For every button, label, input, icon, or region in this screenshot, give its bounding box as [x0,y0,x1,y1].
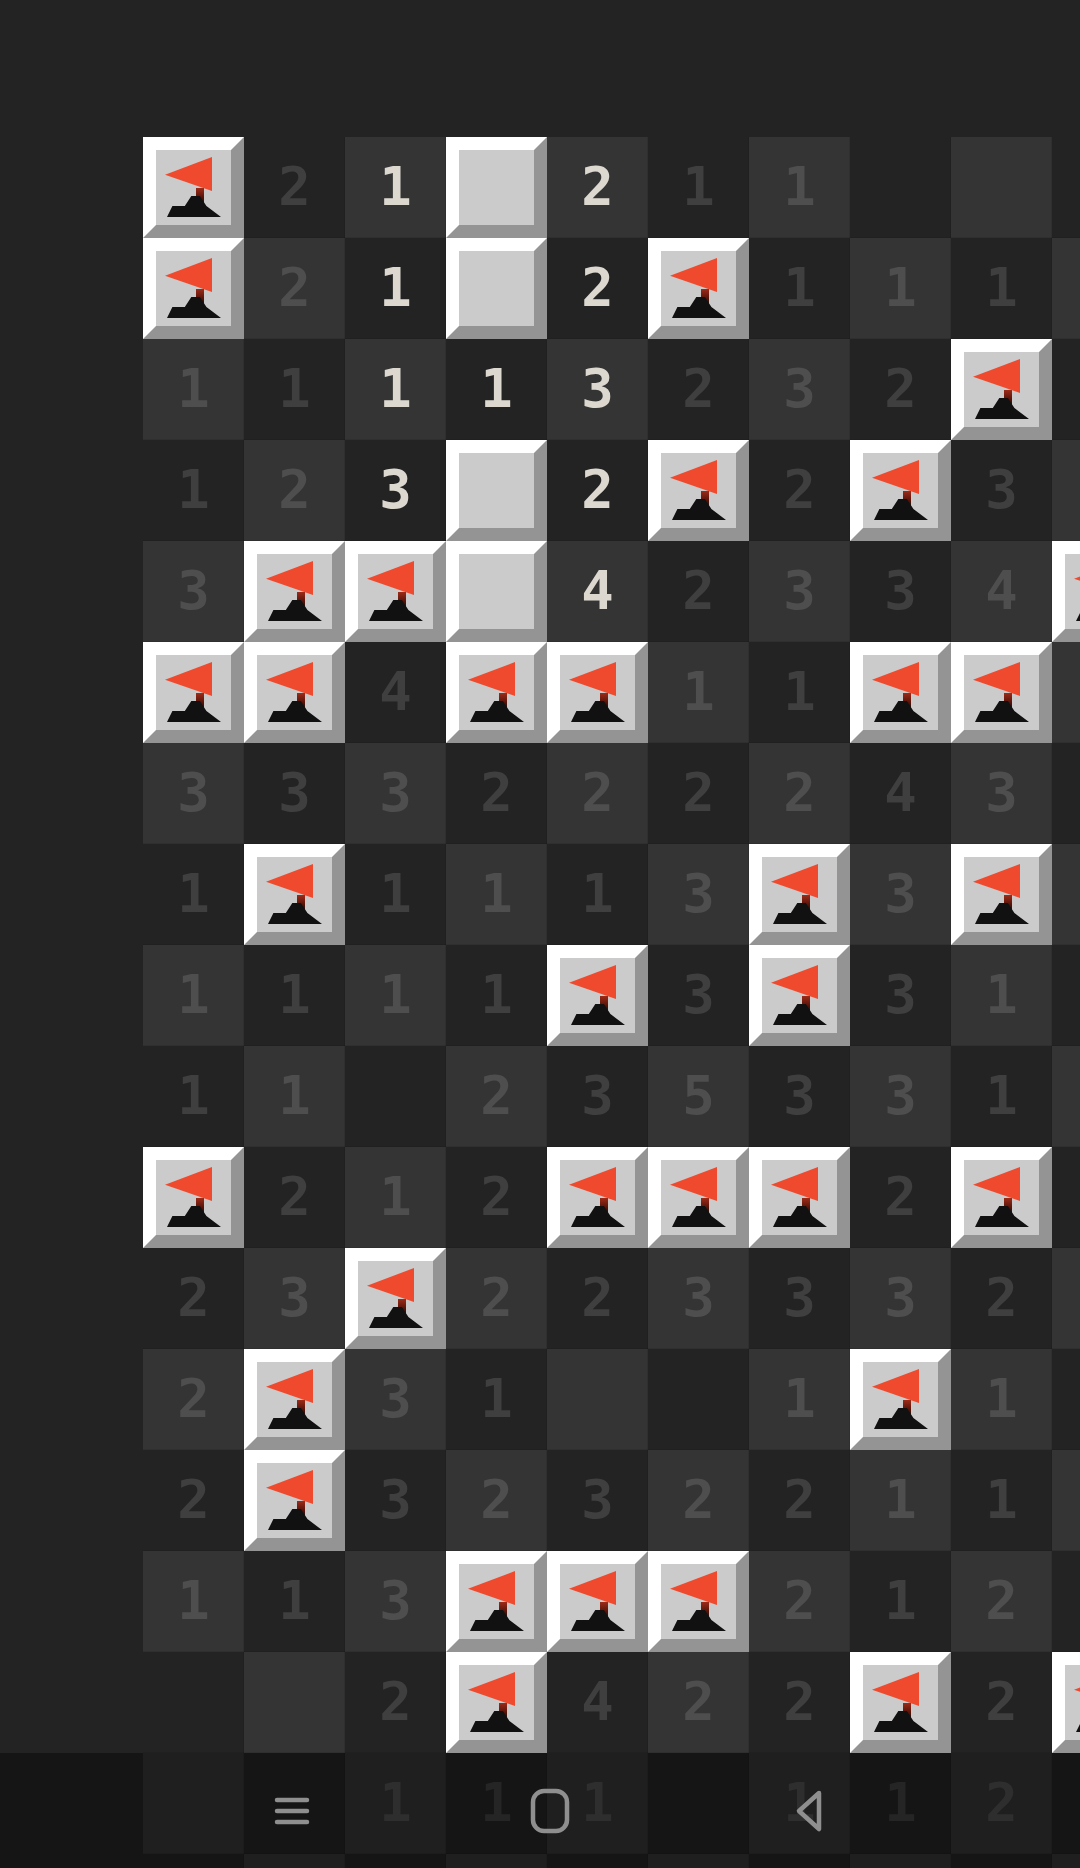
flag-icon [257,1463,332,1538]
mine-count: 1 [177,1574,210,1628]
cell-r1c8[interactable] [850,137,951,238]
cell-r11c9[interactable] [951,1147,1052,1248]
flag-base [470,701,524,722]
cell-r1c5[interactable]: 2 [547,137,648,238]
cell-r15c3[interactable]: 3 [345,1551,446,1652]
cell-r10c7[interactable]: 3 [749,1046,850,1147]
mine-count: 3 [985,463,1018,517]
mine-count: 1 [783,1372,816,1426]
flag-icon [863,1362,938,1437]
cell-r2c1[interactable] [143,238,244,339]
cell-r15c7[interactable]: 2 [749,1551,850,1652]
flag-triangle [771,965,818,999]
cell-r14c7[interactable]: 2 [749,1450,850,1551]
cell-r11c5[interactable] [547,1147,648,1248]
cell-r12c5[interactable]: 2 [547,1248,648,1349]
flag-triangle [468,1571,515,1605]
cell-r3c4[interactable]: 1 [446,339,547,440]
flag-base [874,499,928,520]
flag-triangle [1074,561,1080,595]
mine-count: 2 [682,766,715,820]
cell-r13c7[interactable]: 1 [749,1349,850,1450]
cell-r16c5[interactable]: 4 [547,1652,648,1753]
cell-r1c7[interactable]: 1 [749,137,850,238]
mine-count: 1 [783,160,816,214]
cell-r2c9[interactable]: 1 [951,238,1052,339]
covered-tile[interactable] [446,440,547,541]
cell-r2c3[interactable]: 1 [345,238,446,339]
cell-r10c1[interactable]: 1 [143,1046,244,1147]
mine-count: 4 [884,766,917,820]
cell-r14c10[interactable] [1052,1450,1080,1551]
cell-r1c1[interactable] [143,137,244,238]
cell-r8c9[interactable] [951,844,1052,945]
cell-r1c10[interactable] [1052,137,1080,238]
flag-icon [964,857,1039,932]
cell-r13c5[interactable] [547,1349,648,1450]
flag-triangle [165,258,212,292]
cell-r9c10[interactable] [1052,945,1080,1046]
cell-r3c9[interactable] [951,339,1052,440]
cell-r11c8[interactable]: 2 [850,1147,951,1248]
mine-count: 2 [480,1170,513,1224]
mine-count: 3 [379,1473,412,1527]
cell-r16c4[interactable] [446,1652,547,1753]
flag-triangle [973,662,1020,696]
cell-r9c7[interactable] [749,945,850,1046]
cell-r14c1[interactable]: 2 [143,1450,244,1551]
cell-r4c9[interactable]: 3 [951,440,1052,541]
mine-count: 3 [581,362,614,416]
mine-count: 1 [884,1574,917,1628]
cell-r7c8[interactable]: 4 [850,743,951,844]
cell-r11c6[interactable] [648,1147,749,1248]
home-button[interactable] [480,1753,620,1868]
cell-r14c3[interactable]: 3 [345,1450,446,1551]
cell-r15c2[interactable]: 1 [244,1551,345,1652]
cell-r12c1[interactable]: 2 [143,1248,244,1349]
cell-r9c3[interactable]: 1 [345,945,446,1046]
mine-count: 3 [682,867,715,921]
cell-r16c10[interactable] [1052,1652,1080,1753]
mine-count: 1 [682,160,715,214]
flag-icon [459,1564,534,1639]
cell-r1c9[interactable] [951,137,1052,238]
flag-icon [661,1564,736,1639]
cell-r5c8[interactable]: 3 [850,541,951,642]
flag-icon [762,857,837,932]
mine-count: 1 [278,1574,311,1628]
cell-r8c6[interactable]: 3 [648,844,749,945]
mine-count: 3 [985,766,1018,820]
cell-r15c6[interactable] [648,1551,749,1652]
flag-base [773,1004,827,1025]
cell-r5c3[interactable] [345,541,446,642]
flag-icon [964,1160,1039,1235]
mine-count: 1 [278,968,311,1022]
mine-count: 3 [581,1473,614,1527]
cell-r4c6[interactable] [648,440,749,541]
cell-r7c9[interactable]: 3 [951,743,1052,844]
mine-count: 1 [985,1069,1018,1123]
cell-r5c2[interactable] [244,541,345,642]
cell-r2c8[interactable]: 1 [850,238,951,339]
mine-count: 2 [985,1574,1018,1628]
cell-r10c8[interactable]: 3 [850,1046,951,1147]
mine-count: 2 [985,1675,1018,1729]
cell-r12c4[interactable]: 2 [446,1248,547,1349]
cell-r14c6[interactable]: 2 [648,1450,749,1551]
mine-count: 3 [379,463,412,517]
home-icon [528,1787,572,1835]
flag-triangle [165,662,212,696]
cell-r8c8[interactable]: 3 [850,844,951,945]
cell-r1c2[interactable]: 2 [244,137,345,238]
cell-r2c4[interactable] [446,238,547,339]
cell-r5c1[interactable]: 3 [143,541,244,642]
cell-r16c7[interactable]: 2 [749,1652,850,1753]
flag-icon [257,655,332,730]
cell-r15c10[interactable] [1052,1551,1080,1652]
cell-r5c10[interactable] [1052,541,1080,642]
cell-r2c10[interactable] [1052,238,1080,339]
flag-triangle [266,662,313,696]
cell-r6c2[interactable] [244,642,345,743]
cell-r14c8[interactable]: 1 [850,1450,951,1551]
mine-count: 1 [985,1473,1018,1527]
flag-icon [863,1665,938,1740]
cell-r7c2[interactable]: 3 [244,743,345,844]
mine-count: 1 [379,867,412,921]
cell-r2c5[interactable]: 2 [547,238,648,339]
cell-r4c3[interactable]: 3 [345,440,446,541]
flag-base [167,196,221,217]
flag-icon [762,1160,837,1235]
cell-r9c2[interactable]: 1 [244,945,345,1046]
flag-base [571,1206,625,1227]
flag-base [268,1408,322,1429]
mine-count: 2 [884,362,917,416]
flag-triangle [973,864,1020,898]
cell-r13c4[interactable]: 1 [446,1349,547,1450]
cell-r8c2[interactable] [244,844,345,945]
back-button[interactable] [740,1753,880,1868]
flag-base [268,1509,322,1530]
flag-triangle [367,561,414,595]
cell-r1c4[interactable] [446,137,547,238]
mine-count: 2 [177,1473,210,1527]
cell-r16c9[interactable]: 2 [951,1652,1052,1753]
covered-tile[interactable] [446,541,547,642]
cell-r6c3[interactable]: 4 [345,642,446,743]
cell-r10c3[interactable] [345,1046,446,1147]
cell-r3c6[interactable]: 2 [648,339,749,440]
cell-r4c8[interactable] [850,440,951,541]
flag-triangle [266,561,313,595]
mine-count: 5 [682,1069,715,1123]
mine-count: 3 [884,867,917,921]
cell-r12c3[interactable] [345,1248,446,1349]
mine-count: 1 [177,867,210,921]
flag-triangle [771,1167,818,1201]
cell-r10c5[interactable]: 3 [547,1046,648,1147]
flag-icon [863,453,938,528]
mine-count: 1 [379,1170,412,1224]
cell-r8c1[interactable]: 1 [143,844,244,945]
cell-r9c4[interactable]: 1 [446,945,547,1046]
flag-icon [661,251,736,326]
cell-r3c7[interactable]: 3 [749,339,850,440]
cell-r15c5[interactable] [547,1551,648,1652]
flag-icon [560,655,635,730]
cell-r3c1[interactable]: 1 [143,339,244,440]
cell-r8c4[interactable]: 1 [446,844,547,945]
cell-r2c7[interactable]: 1 [749,238,850,339]
flag-base [1076,1711,1080,1732]
cell-r16c3[interactable]: 2 [345,1652,446,1753]
flag-base [571,1004,625,1025]
cell-r5c9[interactable]: 4 [951,541,1052,642]
mine-count: 1 [379,160,412,214]
flag-base [672,1206,726,1227]
cell-r9c1[interactable]: 1 [143,945,244,1046]
flag-base [167,297,221,318]
cell-r7c5[interactable]: 2 [547,743,648,844]
cell-r10c4[interactable]: 2 [446,1046,547,1147]
flag-triangle [973,1167,1020,1201]
flag-base [874,701,928,722]
cell-r11c1[interactable] [143,1147,244,1248]
flag-icon [358,554,433,629]
flag-base [672,499,726,520]
cell-r8c3[interactable]: 1 [345,844,446,945]
minesweeper-board: 2121121211111113232123223342334411333222… [143,137,1080,1868]
mine-count: 2 [177,1271,210,1325]
cell-r10c6[interactable]: 5 [648,1046,749,1147]
mine-count: 1 [985,968,1018,1022]
flag-base [1076,600,1080,621]
cell-r12c10[interactable] [1052,1248,1080,1349]
flag-icon [156,655,231,730]
cell-r12c2[interactable]: 3 [244,1248,345,1349]
mine-count: 2 [581,463,614,517]
mine-count: 3 [581,1069,614,1123]
cell-r15c1[interactable]: 1 [143,1551,244,1652]
cell-r11c10[interactable] [1052,1147,1080,1248]
cell-r2c6[interactable] [648,238,749,339]
cell-r4c10[interactable] [1052,440,1080,541]
cell-r7c3[interactable]: 3 [345,743,446,844]
covered-tile[interactable] [446,238,547,339]
mine-count: 1 [884,1473,917,1527]
mine-count: 3 [682,968,715,1022]
cell-r6c9[interactable] [951,642,1052,743]
cell-r7c4[interactable]: 2 [446,743,547,844]
cell-r13c3[interactable]: 3 [345,1349,446,1450]
cell-r5c6[interactable]: 2 [648,541,749,642]
flag-triangle [165,157,212,191]
cell-r15c4[interactable] [446,1551,547,1652]
mine-count: 1 [480,867,513,921]
cell-r7c1[interactable]: 3 [143,743,244,844]
cell-r3c2[interactable]: 1 [244,339,345,440]
mine-count: 2 [682,362,715,416]
cell-r9c9[interactable]: 1 [951,945,1052,1046]
mine-count: 2 [278,1170,311,1224]
cell-r8c10[interactable] [1052,844,1080,945]
mine-count: 3 [783,564,816,618]
mine-count: 1 [480,1372,513,1426]
mine-count: 1 [177,362,210,416]
cell-r3c5[interactable]: 3 [547,339,648,440]
cell-r3c3[interactable]: 1 [345,339,446,440]
cell-r6c8[interactable] [850,642,951,743]
cell-r9c5[interactable] [547,945,648,1046]
mine-count: 3 [783,1271,816,1325]
cell-r11c4[interactable]: 2 [446,1147,547,1248]
mine-count: 1 [783,261,816,315]
mine-count: 2 [783,766,816,820]
flag-triangle [468,662,515,696]
back-icon [788,1787,832,1835]
cell-r11c2[interactable]: 2 [244,1147,345,1248]
cell-r10c2[interactable]: 1 [244,1046,345,1147]
menu-button[interactable] [222,1753,362,1868]
cell-r13c9[interactable]: 1 [951,1349,1052,1450]
mine-count: 3 [783,1069,816,1123]
mine-count: 1 [581,867,614,921]
cell-r14c2[interactable] [244,1450,345,1551]
flag-triangle [266,864,313,898]
mine-count: 1 [278,362,311,416]
cell-r11c3[interactable]: 1 [345,1147,446,1248]
flag-triangle [468,1672,515,1706]
cell-r12c8[interactable]: 3 [850,1248,951,1349]
covered-tile[interactable] [446,137,547,238]
cell-r8c5[interactable]: 1 [547,844,648,945]
cell-r14c5[interactable]: 3 [547,1450,648,1551]
mine-count: 1 [985,261,1018,315]
flag-icon [964,352,1039,427]
cell-r12c6[interactable]: 3 [648,1248,749,1349]
cell-r1c3[interactable]: 1 [345,137,446,238]
cell-r16c6[interactable]: 2 [648,1652,749,1753]
cell-r16c1[interactable] [143,1652,244,1753]
cell-r7c10[interactable] [1052,743,1080,844]
cell-r9c6[interactable]: 3 [648,945,749,1046]
cell-r5c4[interactable] [446,541,547,642]
mine-count: 2 [581,261,614,315]
cell-r13c8[interactable] [850,1349,951,1450]
flag-triangle [872,662,919,696]
cell-r10c9[interactable]: 1 [951,1046,1052,1147]
flag-base [975,1206,1029,1227]
cell-r6c5[interactable] [547,642,648,743]
cell-r4c1[interactable]: 1 [143,440,244,541]
cell-r14c9[interactable]: 1 [951,1450,1052,1551]
flag-base [975,701,1029,722]
cell-r6c7[interactable]: 1 [749,642,850,743]
mine-count: 1 [480,362,513,416]
cell-r13c10[interactable] [1052,1349,1080,1450]
mine-count: 3 [783,362,816,416]
mine-count: 1 [379,261,412,315]
cell-r9c8[interactable]: 3 [850,945,951,1046]
cell-r5c5[interactable]: 4 [547,541,648,642]
flag-base [369,600,423,621]
mine-count: 1 [177,463,210,517]
cell-r10c10[interactable] [1052,1046,1080,1147]
cell-r15c9[interactable]: 2 [951,1551,1052,1652]
cell-r13c1[interactable]: 2 [143,1349,244,1450]
flag-icon [257,1362,332,1437]
mine-count: 3 [177,564,210,618]
mine-count: 1 [177,1069,210,1123]
mine-count: 3 [884,564,917,618]
mine-count: 2 [581,160,614,214]
cell-r4c2[interactable]: 2 [244,440,345,541]
mine-count: 2 [985,1271,1018,1325]
cell-r7c7[interactable]: 2 [749,743,850,844]
cell-r13c2[interactable] [244,1349,345,1450]
cell-r8c7[interactable] [749,844,850,945]
flag-icon [1065,1665,1080,1740]
flag-icon [459,1665,534,1740]
flag-base [268,701,322,722]
cell-r6c10[interactable] [1052,642,1080,743]
cell-r6c6[interactable]: 1 [648,642,749,743]
cell-r16c2[interactable] [244,1652,345,1753]
mine-count: 1 [884,261,917,315]
cell-r6c4[interactable] [446,642,547,743]
flag-triangle [670,460,717,494]
cell-r3c10[interactable] [1052,339,1080,440]
flag-triangle [670,258,717,292]
cell-r15c8[interactable]: 1 [850,1551,951,1652]
flag-triangle [1074,1672,1080,1706]
cell-r4c7[interactable]: 2 [749,440,850,541]
mine-count: 2 [783,463,816,517]
cell-r2c2[interactable]: 2 [244,238,345,339]
flag-icon [661,453,736,528]
mine-count: 4 [581,1675,614,1729]
cell-r4c4[interactable] [446,440,547,541]
flag-icon [156,1160,231,1235]
cell-r5c7[interactable]: 3 [749,541,850,642]
cell-r1c6[interactable]: 1 [648,137,749,238]
cell-r11c7[interactable] [749,1147,850,1248]
cell-r16c8[interactable] [850,1652,951,1753]
flag-base [773,1206,827,1227]
cell-r12c7[interactable]: 3 [749,1248,850,1349]
cell-r13c6[interactable] [648,1349,749,1450]
cell-r7c6[interactable]: 2 [648,743,749,844]
mine-count: 3 [379,1372,412,1426]
cell-r3c8[interactable]: 2 [850,339,951,440]
mine-count: 1 [682,665,715,719]
cell-r12c9[interactable]: 2 [951,1248,1052,1349]
mine-count: 2 [480,1069,513,1123]
flag-icon [257,554,332,629]
cell-r4c5[interactable]: 2 [547,440,648,541]
mine-count: 4 [985,564,1018,618]
flag-base [268,903,322,924]
flag-base [975,398,1029,419]
mine-count: 2 [682,1675,715,1729]
flag-triangle [670,1571,717,1605]
cell-r6c1[interactable] [143,642,244,743]
cell-r14c4[interactable]: 2 [446,1450,547,1551]
